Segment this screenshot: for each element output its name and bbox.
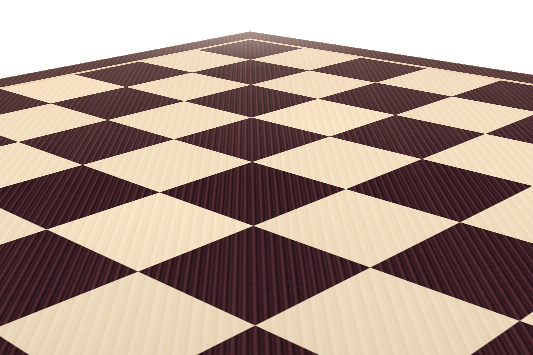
chessboard-photo [0,0,533,355]
board-tilt-wrapper [0,0,533,355]
chess-board [0,31,533,355]
board-inlay-strip [0,38,533,355]
board-grid [0,40,533,355]
